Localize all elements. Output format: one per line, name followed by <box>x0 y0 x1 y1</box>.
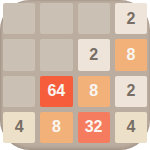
tile-2-r1c2: 2 <box>78 39 110 70</box>
tile-64-r2c1: 64 <box>40 76 72 107</box>
cell-r1c0-empty <box>3 39 35 70</box>
tile-8-r2c2: 8 <box>78 76 110 107</box>
tile-4-r3c0: 4 <box>3 112 35 143</box>
cell-r0c2-empty <box>78 3 110 34</box>
cell-r0c0-empty <box>3 3 35 34</box>
tile-2-r0c3: 2 <box>115 3 147 34</box>
2048-board[interactable]: 228648248324 <box>0 0 150 150</box>
cell-r0c1-empty <box>40 3 72 34</box>
tile-2-r2c3: 2 <box>115 76 147 107</box>
tile-4-r3c3: 4 <box>115 112 147 143</box>
tile-32-r3c2: 32 <box>78 112 110 143</box>
tile-8-r3c1: 8 <box>40 112 72 143</box>
cell-r2c0-empty <box>3 76 35 107</box>
tile-8-r1c3: 8 <box>115 39 147 70</box>
cell-r1c1-empty <box>40 39 72 70</box>
